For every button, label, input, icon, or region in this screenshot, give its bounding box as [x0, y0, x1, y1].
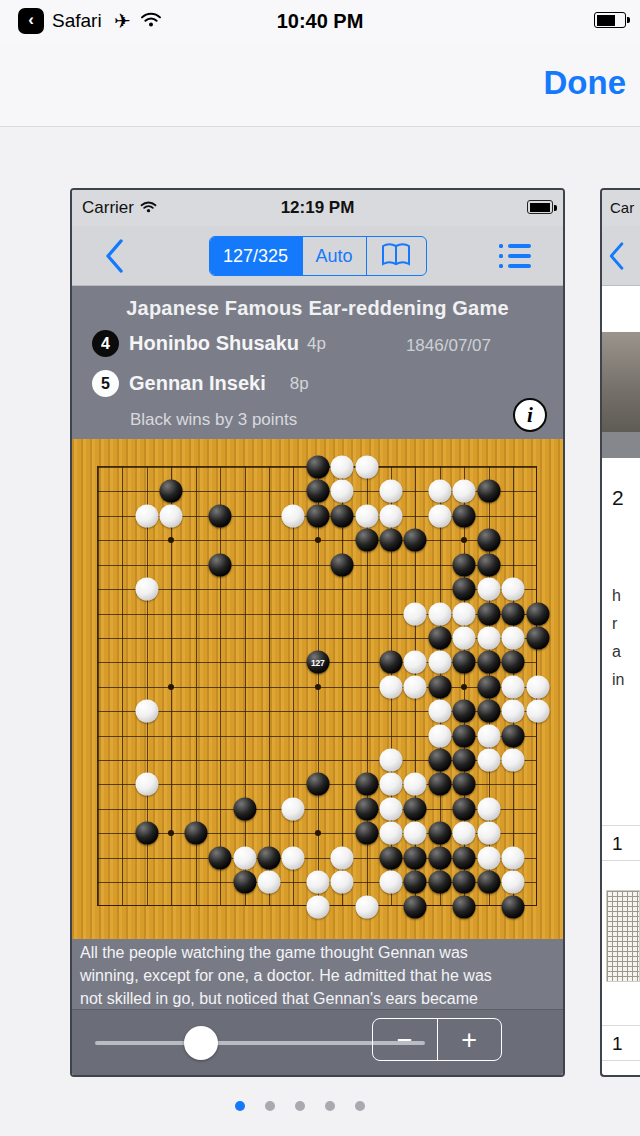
white-player-disc: 5	[92, 370, 119, 397]
go-stone-black	[453, 895, 476, 918]
go-stone-black	[477, 871, 500, 894]
go-stone-white	[477, 797, 500, 820]
go-stone-white	[477, 626, 500, 649]
go-stone-black	[380, 846, 403, 869]
go-stone-white	[404, 822, 427, 845]
go-stone-black	[428, 871, 451, 894]
go-stone-black	[477, 553, 500, 576]
go-stone-white	[477, 822, 500, 845]
move-segmented-control: 127/325 Auto	[209, 236, 427, 276]
battery-icon	[594, 12, 626, 32]
book-button[interactable]	[366, 237, 426, 275]
screenshot-preview: Carrier 12:19 PM 127/325 Auto Japanese F…	[70, 188, 565, 1077]
go-stone-black	[355, 773, 378, 796]
go-stone-white	[355, 504, 378, 527]
next-screenshot-sliver[interactable]: Car 2 hrain 1 1	[600, 188, 640, 1077]
go-stone-white	[135, 504, 158, 527]
go-stone-white	[380, 797, 403, 820]
go-stone-white	[331, 846, 354, 869]
go-stone-black	[184, 822, 207, 845]
go-stone-white	[331, 480, 354, 503]
go-stone-black	[209, 553, 232, 576]
sliver-fragment: r	[612, 610, 624, 638]
go-stone-black	[404, 846, 427, 869]
sliver-carrier: Car	[602, 190, 640, 226]
step-buttons: − +	[372, 1018, 502, 1061]
go-stone-black	[404, 797, 427, 820]
page-dots	[235, 1101, 365, 1111]
go-stone-black	[453, 797, 476, 820]
go-stone-black	[135, 822, 158, 845]
done-button[interactable]: Done	[544, 64, 627, 102]
sliver-photo	[602, 332, 640, 432]
game-commentary: All the people watching the game thought…	[72, 939, 563, 1009]
sliver-nav	[602, 226, 640, 286]
previous-move-button[interactable]: −	[373, 1019, 437, 1060]
go-stone-black	[209, 846, 232, 869]
go-stone-white	[477, 846, 500, 869]
commentary-line: not skilled in go, but noticed that Genn…	[80, 987, 557, 1010]
go-stone-white	[380, 773, 403, 796]
black-player-rank: 4p	[307, 334, 326, 354]
device-status-bar: ‹ Safari ✈ 10:40 PM	[0, 0, 640, 42]
go-stone-white	[257, 871, 280, 894]
go-stone-black	[257, 846, 280, 869]
go-stone-white	[331, 871, 354, 894]
go-stone-black	[428, 773, 451, 796]
auto-play-button[interactable]: Auto	[302, 237, 366, 275]
go-stone-white	[404, 675, 427, 698]
go-stone-white	[428, 724, 451, 747]
go-stone-black	[306, 480, 329, 503]
game-result: Black wins by 3 points	[130, 410, 297, 430]
white-player-name: Gennan Inseki	[129, 372, 266, 395]
go-stone-white	[502, 749, 525, 772]
open-book-icon	[379, 242, 413, 270]
commentary-line: winning, except for one, a doctor. He ad…	[80, 964, 557, 987]
star-point	[461, 537, 467, 543]
clock: 10:40 PM	[0, 10, 640, 33]
star-point	[461, 684, 467, 690]
go-stone-black	[355, 797, 378, 820]
go-stone-white	[355, 895, 378, 918]
star-point	[315, 684, 321, 690]
go-stone-white	[380, 504, 403, 527]
go-stone-black	[209, 504, 232, 527]
go-board-grid: 127	[97, 466, 537, 906]
move-slider-bar: − +	[72, 1009, 563, 1075]
sliver-band	[602, 432, 640, 458]
go-stone-black	[502, 724, 525, 747]
go-stone-black	[477, 480, 500, 503]
go-stone-black	[477, 529, 500, 552]
go-stone-white	[404, 773, 427, 796]
black-player-row: 4 Honinbo Shusaku 4p	[92, 330, 326, 357]
app-clock: 12:19 PM	[72, 198, 563, 218]
go-stone-black	[453, 578, 476, 601]
go-stone-white	[477, 578, 500, 601]
go-stone-black	[355, 529, 378, 552]
move-list-button[interactable]	[499, 243, 531, 273]
go-stone-white	[477, 724, 500, 747]
go-stone-white	[477, 749, 500, 772]
go-stone-black	[453, 846, 476, 869]
go-stone-black	[380, 529, 403, 552]
go-stone-black	[233, 871, 256, 894]
go-stone-black	[428, 822, 451, 845]
go-stone-black	[404, 529, 427, 552]
sliver-back-chevron-icon	[608, 240, 626, 272]
go-stone-black	[477, 651, 500, 674]
go-stone-white	[135, 700, 158, 723]
page-dot-4	[325, 1101, 335, 1111]
go-stone-white	[502, 700, 525, 723]
sliver-row-number: 1	[602, 825, 640, 861]
go-stone-black	[453, 871, 476, 894]
go-stone-white	[404, 651, 427, 674]
go-stone-white	[428, 602, 451, 625]
go-stone-black	[502, 895, 525, 918]
list-icon	[499, 243, 531, 270]
go-stone-white	[428, 504, 451, 527]
go-stone-white	[502, 871, 525, 894]
go-stone-black	[453, 651, 476, 674]
page-dot-5	[355, 1101, 365, 1111]
go-stone-white	[453, 626, 476, 649]
go-stone-white	[502, 578, 525, 601]
viewer-toolbar: Done	[0, 42, 640, 127]
page-dot-1	[235, 1101, 245, 1111]
black-player-disc: 4	[92, 330, 119, 357]
white-player-row: 5 Gennan Inseki 8p	[92, 370, 309, 397]
sliver-text-fragments: hrain	[612, 582, 624, 694]
sliver-big-text: 2	[612, 486, 624, 510]
sliver-fragment: in	[612, 666, 624, 694]
go-stone-black	[477, 602, 500, 625]
go-stone-white	[282, 797, 305, 820]
go-stone-black	[477, 675, 500, 698]
page-dot-2	[265, 1101, 275, 1111]
go-stone-black	[404, 871, 427, 894]
go-stone-white	[453, 480, 476, 503]
go-stone-black	[306, 456, 329, 479]
go-stone-black	[453, 700, 476, 723]
go-stone-black	[160, 480, 183, 503]
go-board[interactable]: 127	[72, 439, 563, 939]
go-stone-white	[380, 675, 403, 698]
go-stone-white	[282, 504, 305, 527]
go-stone-white	[526, 675, 549, 698]
back-chevron-button[interactable]	[104, 238, 126, 277]
go-stone-white	[160, 504, 183, 527]
go-stone-white	[404, 602, 427, 625]
go-stone-white	[380, 749, 403, 772]
go-stone-white	[233, 846, 256, 869]
go-stone-black	[526, 626, 549, 649]
go-stone-white	[135, 578, 158, 601]
go-stone-black	[502, 651, 525, 674]
info-icon[interactable]: i	[513, 398, 547, 432]
go-stone-black	[233, 797, 256, 820]
go-stone-black	[404, 895, 427, 918]
go-stone-black	[428, 749, 451, 772]
white-player-rank: 8p	[290, 374, 309, 394]
go-stone-white	[380, 871, 403, 894]
go-stone-white	[453, 602, 476, 625]
sliver-fragment: a	[612, 638, 624, 666]
star-point	[315, 537, 321, 543]
go-stone-black	[331, 504, 354, 527]
go-stone-white	[502, 846, 525, 869]
go-stone-black	[453, 773, 476, 796]
go-stone-white	[355, 456, 378, 479]
go-stone-black	[428, 846, 451, 869]
go-stone-white	[428, 480, 451, 503]
go-stone-white	[282, 846, 305, 869]
star-point	[168, 830, 174, 836]
go-stone-black	[428, 675, 451, 698]
game-title: Japanese Famous Ear-reddening Game	[72, 286, 563, 320]
black-player-name: Honinbo Shusaku	[129, 332, 299, 355]
sliver-row-number: 1	[602, 1025, 640, 1061]
go-stone-black	[453, 724, 476, 747]
go-stone-white	[502, 675, 525, 698]
go-stone-white	[135, 773, 158, 796]
app-nav-bar: 127/325 Auto	[72, 226, 563, 286]
star-point	[168, 537, 174, 543]
go-stone-black	[526, 602, 549, 625]
game-date: 1846/07/07	[406, 336, 491, 356]
go-stone-black	[380, 651, 403, 674]
go-stone-white	[428, 651, 451, 674]
go-stone-white	[428, 700, 451, 723]
app-battery-icon	[527, 200, 553, 218]
star-point	[168, 684, 174, 690]
page-dot-3	[295, 1101, 305, 1111]
go-stone-black	[453, 553, 476, 576]
go-stone-black	[306, 773, 329, 796]
go-stone-black	[453, 504, 476, 527]
move-counter-button[interactable]: 127/325	[210, 237, 302, 275]
sliver-board-thumbnail	[606, 890, 640, 982]
go-stone-black	[453, 749, 476, 772]
star-point	[315, 830, 321, 836]
slider-knob[interactable]	[184, 1026, 218, 1060]
go-stone-white	[380, 480, 403, 503]
sliver-fragment: h	[612, 582, 624, 610]
go-stone-white	[526, 700, 549, 723]
go-stone-white	[331, 456, 354, 479]
commentary-line: All the people watching the game thought…	[80, 941, 557, 964]
go-stone-black	[477, 700, 500, 723]
go-stone-black	[428, 626, 451, 649]
go-stone-white	[380, 822, 403, 845]
game-info-panel: Japanese Famous Ear-reddening Game 4 Hon…	[72, 286, 563, 439]
go-stone-white	[453, 822, 476, 845]
go-stone-black	[331, 553, 354, 576]
go-stone-black	[502, 602, 525, 625]
app-status-bar: Carrier 12:19 PM	[72, 190, 563, 226]
go-stone-white	[502, 626, 525, 649]
next-move-button[interactable]: +	[437, 1019, 502, 1060]
go-stone-white	[306, 871, 329, 894]
move-number-label: 127	[311, 657, 324, 667]
go-stone-white	[306, 895, 329, 918]
go-stone-black: 127	[306, 651, 329, 674]
go-stone-black	[306, 504, 329, 527]
go-stone-black	[355, 822, 378, 845]
